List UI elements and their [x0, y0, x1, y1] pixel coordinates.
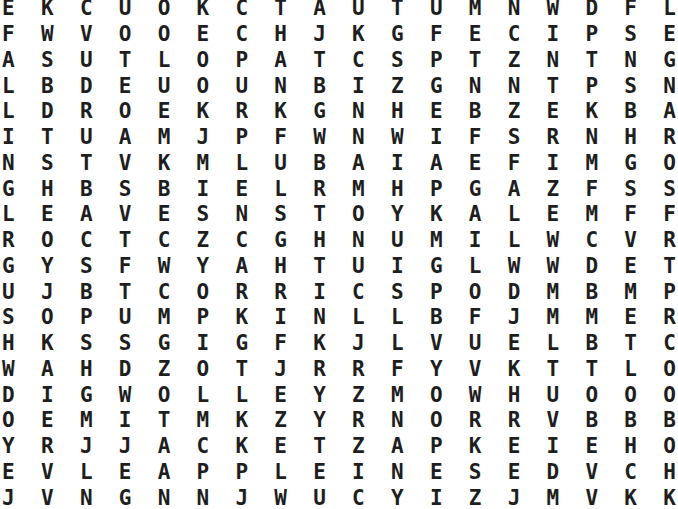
- grid-cell[interactable]: G: [417, 254, 456, 280]
- grid-cell[interactable]: F: [106, 254, 145, 280]
- grid-cell[interactable]: L: [533, 331, 572, 357]
- grid-cell[interactable]: S: [378, 48, 417, 74]
- grid-cell[interactable]: R: [222, 99, 261, 125]
- grid-cell[interactable]: I: [339, 460, 378, 486]
- grid-cell[interactable]: T: [611, 331, 650, 357]
- grid-cell[interactable]: S: [106, 176, 145, 202]
- grid-cell[interactable]: B: [145, 176, 184, 202]
- grid-cell[interactable]: N: [183, 485, 222, 509]
- grid-cell[interactable]: J: [0, 485, 28, 509]
- grid-cell[interactable]: S: [650, 176, 678, 202]
- grid-cell[interactable]: N: [261, 73, 300, 99]
- grid-cell[interactable]: C: [611, 460, 650, 486]
- grid-cell[interactable]: K: [222, 434, 261, 460]
- grid-cell[interactable]: B: [572, 408, 611, 434]
- grid-cell[interactable]: N: [339, 125, 378, 151]
- grid-cell[interactable]: T: [261, 0, 300, 22]
- grid-cell[interactable]: G: [417, 73, 456, 99]
- grid-cell[interactable]: G: [67, 382, 106, 408]
- grid-cell[interactable]: R: [261, 279, 300, 305]
- grid-cell[interactable]: G: [106, 485, 145, 509]
- grid-cell[interactable]: M: [533, 279, 572, 305]
- grid-cell[interactable]: W: [145, 254, 184, 280]
- grid-cell[interactable]: A: [261, 48, 300, 74]
- grid-cell[interactable]: W: [456, 382, 495, 408]
- grid-cell[interactable]: I: [106, 408, 145, 434]
- grid-cell[interactable]: P: [222, 460, 261, 486]
- grid-cell[interactable]: I: [456, 228, 495, 254]
- grid-cell[interactable]: T: [300, 434, 339, 460]
- grid-cell[interactable]: Z: [145, 357, 184, 383]
- grid-cell[interactable]: I: [417, 485, 456, 509]
- grid-cell[interactable]: N: [0, 151, 28, 177]
- grid-cell[interactable]: M: [145, 305, 184, 331]
- grid-cell[interactable]: S: [28, 151, 67, 177]
- grid-cell[interactable]: O: [417, 382, 456, 408]
- grid-cell[interactable]: N: [572, 125, 611, 151]
- grid-cell[interactable]: T: [300, 48, 339, 74]
- grid-cell[interactable]: O: [611, 382, 650, 408]
- grid-cell[interactable]: L: [495, 228, 534, 254]
- grid-cell[interactable]: E: [106, 460, 145, 486]
- grid-cell[interactable]: V: [611, 228, 650, 254]
- grid-cell[interactable]: K: [300, 331, 339, 357]
- grid-cell[interactable]: O: [183, 357, 222, 383]
- grid-cell[interactable]: B: [300, 73, 339, 99]
- grid-cell[interactable]: R: [650, 228, 678, 254]
- grid-cell[interactable]: P: [572, 22, 611, 48]
- grid-cell[interactable]: U: [67, 125, 106, 151]
- grid-cell[interactable]: I: [533, 22, 572, 48]
- grid-cell[interactable]: P: [417, 279, 456, 305]
- grid-cell[interactable]: S: [0, 305, 28, 331]
- grid-cell[interactable]: B: [572, 279, 611, 305]
- grid-cell[interactable]: P: [222, 48, 261, 74]
- grid-cell[interactable]: I: [417, 125, 456, 151]
- grid-cell[interactable]: K: [222, 408, 261, 434]
- grid-cell[interactable]: L: [0, 99, 28, 125]
- grid-cell[interactable]: G: [0, 254, 28, 280]
- grid-cell[interactable]: S: [67, 331, 106, 357]
- grid-cell[interactable]: R: [67, 99, 106, 125]
- grid-cell[interactable]: C: [67, 0, 106, 22]
- grid-cell[interactable]: F: [495, 151, 534, 177]
- grid-cell[interactable]: I: [378, 254, 417, 280]
- grid-cell[interactable]: K: [261, 99, 300, 125]
- grid-cell[interactable]: S: [28, 48, 67, 74]
- grid-cell[interactable]: B: [28, 73, 67, 99]
- grid-cell[interactable]: N: [378, 460, 417, 486]
- grid-cell[interactable]: A: [495, 176, 534, 202]
- grid-cell[interactable]: F: [611, 0, 650, 22]
- grid-cell[interactable]: T: [533, 73, 572, 99]
- grid-cell[interactable]: S: [67, 254, 106, 280]
- grid-cell[interactable]: E: [611, 305, 650, 331]
- grid-cell[interactable]: F: [650, 202, 678, 228]
- grid-cell[interactable]: E: [145, 99, 184, 125]
- grid-cell[interactable]: Y: [378, 202, 417, 228]
- grid-cell[interactable]: C: [339, 48, 378, 74]
- grid-cell[interactable]: F: [378, 357, 417, 383]
- grid-cell[interactable]: B: [572, 331, 611, 357]
- grid-cell[interactable]: H: [67, 357, 106, 383]
- grid-cell[interactable]: A: [417, 151, 456, 177]
- grid-cell[interactable]: C: [67, 228, 106, 254]
- grid-cell[interactable]: V: [417, 331, 456, 357]
- grid-cell[interactable]: L: [261, 460, 300, 486]
- grid-cell[interactable]: J: [183, 125, 222, 151]
- grid-cell[interactable]: P: [222, 125, 261, 151]
- grid-cell[interactable]: H: [378, 176, 417, 202]
- grid-cell[interactable]: U: [378, 228, 417, 254]
- grid-cell[interactable]: C: [222, 228, 261, 254]
- grid-cell[interactable]: L: [183, 382, 222, 408]
- grid-cell[interactable]: H: [261, 254, 300, 280]
- grid-cell[interactable]: R: [650, 125, 678, 151]
- grid-cell[interactable]: M: [339, 176, 378, 202]
- grid-cell[interactable]: P: [417, 434, 456, 460]
- grid-cell[interactable]: W: [495, 254, 534, 280]
- grid-cell[interactable]: T: [378, 0, 417, 22]
- grid-cell[interactable]: N: [495, 73, 534, 99]
- grid-cell[interactable]: S: [106, 331, 145, 357]
- grid-cell[interactable]: N: [339, 228, 378, 254]
- grid-cell[interactable]: K: [572, 99, 611, 125]
- grid-cell[interactable]: L: [339, 305, 378, 331]
- grid-cell[interactable]: H: [28, 176, 67, 202]
- grid-cell[interactable]: O: [650, 434, 678, 460]
- grid-cell[interactable]: C: [145, 228, 184, 254]
- grid-cell[interactable]: E: [572, 434, 611, 460]
- grid-cell[interactable]: U: [533, 382, 572, 408]
- grid-cell[interactable]: A: [67, 202, 106, 228]
- grid-cell[interactable]: O: [145, 22, 184, 48]
- grid-cell[interactable]: E: [456, 151, 495, 177]
- grid-cell[interactable]: W: [28, 22, 67, 48]
- grid-cell[interactable]: O: [145, 382, 184, 408]
- grid-cell[interactable]: Y: [417, 357, 456, 383]
- grid-cell[interactable]: V: [572, 460, 611, 486]
- grid-cell[interactable]: O: [183, 48, 222, 74]
- grid-cell[interactable]: Z: [456, 485, 495, 509]
- grid-cell[interactable]: W: [261, 485, 300, 509]
- grid-cell[interactable]: K: [339, 22, 378, 48]
- grid-cell[interactable]: E: [456, 22, 495, 48]
- grid-cell[interactable]: F: [261, 331, 300, 357]
- grid-cell[interactable]: G: [650, 48, 678, 74]
- grid-cell[interactable]: E: [222, 176, 261, 202]
- grid-cell[interactable]: J: [495, 485, 534, 509]
- grid-cell[interactable]: R: [28, 434, 67, 460]
- grid-cell[interactable]: W: [0, 357, 28, 383]
- grid-cell[interactable]: T: [145, 408, 184, 434]
- grid-cell[interactable]: T: [222, 357, 261, 383]
- grid-cell[interactable]: C: [222, 0, 261, 22]
- grid-cell[interactable]: K: [28, 0, 67, 22]
- grid-cell[interactable]: B: [67, 176, 106, 202]
- grid-cell[interactable]: T: [300, 202, 339, 228]
- grid-cell[interactable]: L: [67, 460, 106, 486]
- grid-cell[interactable]: M: [417, 228, 456, 254]
- grid-cell[interactable]: P: [417, 48, 456, 74]
- grid-cell[interactable]: B: [67, 279, 106, 305]
- grid-cell[interactable]: Y: [378, 485, 417, 509]
- grid-cell[interactable]: L: [0, 202, 28, 228]
- grid-cell[interactable]: A: [0, 48, 28, 74]
- grid-cell[interactable]: P: [650, 279, 678, 305]
- grid-cell[interactable]: C: [145, 279, 184, 305]
- grid-cell[interactable]: R: [339, 357, 378, 383]
- grid-cell[interactable]: M: [533, 485, 572, 509]
- grid-cell[interactable]: L: [456, 254, 495, 280]
- grid-cell[interactable]: E: [533, 99, 572, 125]
- grid-cell[interactable]: G: [300, 99, 339, 125]
- grid-cell[interactable]: M: [183, 408, 222, 434]
- grid-cell[interactable]: T: [106, 228, 145, 254]
- grid-cell[interactable]: R: [456, 408, 495, 434]
- grid-cell[interactable]: T: [456, 48, 495, 74]
- grid-cell[interactable]: A: [339, 151, 378, 177]
- grid-cell[interactable]: I: [183, 331, 222, 357]
- grid-cell[interactable]: N: [650, 73, 678, 99]
- grid-cell[interactable]: I: [300, 279, 339, 305]
- grid-cell[interactable]: V: [106, 202, 145, 228]
- grid-cell[interactable]: O: [650, 357, 678, 383]
- grid-cell[interactable]: V: [106, 151, 145, 177]
- grid-cell[interactable]: J: [495, 305, 534, 331]
- grid-cell[interactable]: J: [261, 357, 300, 383]
- grid-cell[interactable]: R: [650, 305, 678, 331]
- grid-cell[interactable]: U: [339, 254, 378, 280]
- grid-cell[interactable]: U: [145, 73, 184, 99]
- grid-cell[interactable]: M: [572, 305, 611, 331]
- grid-cell[interactable]: E: [106, 73, 145, 99]
- grid-cell[interactable]: C: [339, 485, 378, 509]
- grid-cell[interactable]: N: [456, 73, 495, 99]
- grid-cell[interactable]: V: [456, 357, 495, 383]
- grid-cell[interactable]: Y: [300, 382, 339, 408]
- grid-cell[interactable]: J: [300, 22, 339, 48]
- grid-cell[interactable]: N: [378, 408, 417, 434]
- grid-cell[interactable]: N: [300, 305, 339, 331]
- grid-cell[interactable]: L: [222, 151, 261, 177]
- grid-cell[interactable]: A: [145, 460, 184, 486]
- grid-cell[interactable]: L: [650, 0, 678, 22]
- grid-cell[interactable]: T: [28, 125, 67, 151]
- grid-cell[interactable]: G: [261, 228, 300, 254]
- grid-cell[interactable]: C: [222, 22, 261, 48]
- grid-cell[interactable]: V: [572, 485, 611, 509]
- grid-cell[interactable]: F: [261, 125, 300, 151]
- grid-cell[interactable]: R: [339, 408, 378, 434]
- grid-cell[interactable]: W: [378, 125, 417, 151]
- grid-cell[interactable]: P: [183, 305, 222, 331]
- grid-cell[interactable]: T: [300, 254, 339, 280]
- grid-cell[interactable]: E: [650, 22, 678, 48]
- grid-cell[interactable]: V: [533, 408, 572, 434]
- grid-cell[interactable]: T: [572, 48, 611, 74]
- grid-cell[interactable]: K: [183, 0, 222, 22]
- grid-cell[interactable]: H: [611, 125, 650, 151]
- grid-cell[interactable]: R: [300, 176, 339, 202]
- grid-cell[interactable]: C: [650, 331, 678, 357]
- grid-cell[interactable]: D: [0, 382, 28, 408]
- grid-cell[interactable]: Z: [183, 228, 222, 254]
- grid-cell[interactable]: E: [417, 99, 456, 125]
- grid-cell[interactable]: M: [145, 125, 184, 151]
- grid-cell[interactable]: U: [67, 48, 106, 74]
- grid-cell[interactable]: T: [106, 48, 145, 74]
- grid-cell[interactable]: S: [261, 202, 300, 228]
- grid-cell[interactable]: Z: [378, 73, 417, 99]
- grid-cell[interactable]: G: [222, 331, 261, 357]
- grid-cell[interactable]: O: [28, 228, 67, 254]
- grid-cell[interactable]: U: [456, 331, 495, 357]
- grid-cell[interactable]: S: [183, 202, 222, 228]
- grid-cell[interactable]: E: [261, 382, 300, 408]
- grid-cell[interactable]: D: [495, 279, 534, 305]
- grid-cell[interactable]: K: [611, 485, 650, 509]
- grid-cell[interactable]: B: [650, 408, 678, 434]
- grid-cell[interactable]: E: [28, 408, 67, 434]
- grid-cell[interactable]: Z: [495, 48, 534, 74]
- grid-cell[interactable]: L: [261, 176, 300, 202]
- grid-cell[interactable]: D: [106, 357, 145, 383]
- grid-cell[interactable]: J: [28, 279, 67, 305]
- grid-cell[interactable]: I: [533, 151, 572, 177]
- grid-cell[interactable]: E: [0, 460, 28, 486]
- grid-cell[interactable]: Z: [533, 176, 572, 202]
- grid-cell[interactable]: B: [611, 408, 650, 434]
- grid-cell[interactable]: S: [611, 176, 650, 202]
- grid-cell[interactable]: A: [222, 254, 261, 280]
- grid-cell[interactable]: G: [456, 176, 495, 202]
- grid-cell[interactable]: G: [0, 176, 28, 202]
- grid-cell[interactable]: W: [533, 0, 572, 22]
- grid-cell[interactable]: O: [650, 151, 678, 177]
- grid-cell[interactable]: G: [611, 151, 650, 177]
- grid-cell[interactable]: O: [456, 279, 495, 305]
- grid-cell[interactable]: K: [222, 305, 261, 331]
- grid-cell[interactable]: J: [339, 331, 378, 357]
- grid-cell[interactable]: E: [495, 331, 534, 357]
- grid-cell[interactable]: L: [378, 331, 417, 357]
- grid-cell[interactable]: K: [650, 485, 678, 509]
- grid-cell[interactable]: S: [611, 22, 650, 48]
- grid-cell[interactable]: F: [0, 22, 28, 48]
- grid-cell[interactable]: O: [106, 22, 145, 48]
- grid-cell[interactable]: E: [300, 460, 339, 486]
- grid-cell[interactable]: E: [495, 460, 534, 486]
- grid-cell[interactable]: W: [300, 125, 339, 151]
- grid-cell[interactable]: C: [495, 22, 534, 48]
- grid-cell[interactable]: L: [145, 48, 184, 74]
- grid-cell[interactable]: H: [495, 382, 534, 408]
- grid-cell[interactable]: O: [0, 408, 28, 434]
- grid-cell[interactable]: D: [572, 254, 611, 280]
- grid-cell[interactable]: J: [106, 434, 145, 460]
- grid-cell[interactable]: B: [417, 305, 456, 331]
- grid-cell[interactable]: L: [0, 73, 28, 99]
- grid-cell[interactable]: K: [417, 202, 456, 228]
- grid-cell[interactable]: H: [261, 22, 300, 48]
- grid-cell[interactable]: R: [222, 279, 261, 305]
- grid-cell[interactable]: B: [456, 99, 495, 125]
- grid-cell[interactable]: O: [106, 99, 145, 125]
- grid-cell[interactable]: A: [106, 125, 145, 151]
- grid-cell[interactable]: N: [145, 485, 184, 509]
- grid-cell[interactable]: F: [572, 176, 611, 202]
- grid-cell[interactable]: G: [145, 331, 184, 357]
- grid-cell[interactable]: T: [533, 357, 572, 383]
- grid-cell[interactable]: A: [456, 202, 495, 228]
- grid-cell[interactable]: E: [533, 202, 572, 228]
- grid-cell[interactable]: Y: [300, 408, 339, 434]
- grid-cell[interactable]: M: [456, 0, 495, 22]
- grid-cell[interactable]: Z: [339, 434, 378, 460]
- grid-cell[interactable]: F: [611, 202, 650, 228]
- grid-cell[interactable]: Y: [183, 254, 222, 280]
- grid-cell[interactable]: I: [378, 151, 417, 177]
- grid-cell[interactable]: D: [533, 460, 572, 486]
- grid-cell[interactable]: U: [300, 485, 339, 509]
- grid-cell[interactable]: R: [495, 408, 534, 434]
- grid-cell[interactable]: N: [67, 485, 106, 509]
- grid-cell[interactable]: I: [533, 434, 572, 460]
- grid-cell[interactable]: E: [0, 0, 28, 22]
- grid-cell[interactable]: P: [183, 460, 222, 486]
- grid-cell[interactable]: N: [222, 202, 261, 228]
- grid-cell[interactable]: W: [106, 382, 145, 408]
- grid-cell[interactable]: G: [378, 22, 417, 48]
- grid-cell[interactable]: F: [456, 305, 495, 331]
- grid-cell[interactable]: M: [67, 408, 106, 434]
- grid-cell[interactable]: C: [339, 279, 378, 305]
- grid-cell[interactable]: T: [572, 357, 611, 383]
- grid-cell[interactable]: S: [378, 279, 417, 305]
- grid-cell[interactable]: K: [495, 357, 534, 383]
- grid-cell[interactable]: M: [611, 279, 650, 305]
- grid-cell[interactable]: H: [0, 331, 28, 357]
- grid-cell[interactable]: N: [495, 0, 534, 22]
- grid-cell[interactable]: O: [417, 408, 456, 434]
- grid-cell[interactable]: I: [261, 305, 300, 331]
- grid-cell[interactable]: M: [572, 202, 611, 228]
- grid-cell[interactable]: L: [611, 357, 650, 383]
- grid-cell[interactable]: H: [300, 228, 339, 254]
- grid-cell[interactable]: C: [183, 434, 222, 460]
- grid-cell[interactable]: V: [28, 485, 67, 509]
- grid-cell[interactable]: D: [28, 99, 67, 125]
- grid-cell[interactable]: O: [183, 73, 222, 99]
- grid-cell[interactable]: L: [495, 202, 534, 228]
- grid-cell[interactable]: E: [261, 434, 300, 460]
- grid-cell[interactable]: F: [417, 22, 456, 48]
- grid-cell[interactable]: Z: [339, 382, 378, 408]
- grid-cell[interactable]: E: [417, 460, 456, 486]
- grid-cell[interactable]: M: [378, 382, 417, 408]
- grid-cell[interactable]: I: [28, 382, 67, 408]
- grid-cell[interactable]: M: [572, 151, 611, 177]
- grid-cell[interactable]: P: [572, 73, 611, 99]
- grid-cell[interactable]: H: [378, 99, 417, 125]
- grid-cell[interactable]: U: [261, 151, 300, 177]
- grid-cell[interactable]: O: [145, 0, 184, 22]
- grid-cell[interactable]: V: [67, 22, 106, 48]
- grid-cell[interactable]: I: [183, 176, 222, 202]
- grid-cell[interactable]: N: [533, 48, 572, 74]
- grid-cell[interactable]: D: [572, 0, 611, 22]
